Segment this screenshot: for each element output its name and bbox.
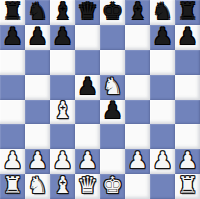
square-h3[interactable]	[175, 124, 200, 149]
white-pawn-f2[interactable]: ♟	[127, 149, 148, 172]
white-bishop-c1[interactable]: ♝	[52, 174, 73, 197]
black-pawn-b7[interactable]: ♟	[27, 25, 48, 48]
white-pawn-g2[interactable]: ♟	[152, 149, 173, 172]
square-b3[interactable]	[25, 124, 50, 149]
square-g5[interactable]	[150, 75, 175, 100]
square-c6[interactable]	[50, 50, 75, 75]
white-pawn-d2[interactable]: ♟	[77, 149, 98, 172]
square-h6[interactable]	[175, 50, 200, 75]
square-f4[interactable]	[125, 100, 150, 125]
black-pawn-h7[interactable]: ♟	[177, 25, 198, 48]
square-h5[interactable]	[175, 75, 200, 100]
square-f7[interactable]	[125, 25, 150, 50]
black-queen-d8[interactable]: ♛	[77, 0, 98, 23]
black-pawn-c7[interactable]: ♟	[52, 25, 73, 48]
square-b8[interactable]: ♞	[25, 0, 50, 25]
black-pawn-e4[interactable]: ♟	[102, 100, 123, 123]
square-a1[interactable]: ♜	[0, 174, 25, 199]
square-g7[interactable]: ♟	[150, 25, 175, 50]
square-f2[interactable]: ♟	[125, 149, 150, 174]
square-g3[interactable]	[150, 124, 175, 149]
square-d2[interactable]: ♟	[75, 149, 100, 174]
black-pawn-a7[interactable]: ♟	[2, 25, 23, 48]
white-rook-a1[interactable]: ♜	[2, 174, 23, 197]
square-a6[interactable]	[0, 50, 25, 75]
chess-board: ♜♞♝♛♚♝♞♜♟♟♟♟♟♟♞♝♟♟♟♟♟♟♟♟♜♞♝♛♚♜	[0, 0, 200, 199]
square-b2[interactable]: ♟	[25, 149, 50, 174]
square-a2[interactable]: ♟	[0, 149, 25, 174]
black-king-e8[interactable]: ♚	[102, 0, 123, 23]
square-d3[interactable]	[75, 124, 100, 149]
square-g4[interactable]	[150, 100, 175, 125]
square-c2[interactable]: ♟	[50, 149, 75, 174]
square-e2[interactable]	[100, 149, 125, 174]
white-queen-d1[interactable]: ♛	[77, 174, 98, 197]
square-f1[interactable]	[125, 174, 150, 199]
square-g1[interactable]	[150, 174, 175, 199]
square-g2[interactable]: ♟	[150, 149, 175, 174]
square-d4[interactable]	[75, 100, 100, 125]
white-knight-b1[interactable]: ♞	[27, 174, 48, 197]
white-pawn-b2[interactable]: ♟	[27, 149, 48, 172]
square-a7[interactable]: ♟	[0, 25, 25, 50]
square-h7[interactable]: ♟	[175, 25, 200, 50]
square-e4[interactable]: ♟	[100, 100, 125, 125]
black-pawn-d5[interactable]: ♟	[77, 75, 98, 98]
white-knight-e5[interactable]: ♞	[102, 75, 123, 98]
white-rook-h1[interactable]: ♜	[177, 174, 198, 197]
square-a4[interactable]	[0, 100, 25, 125]
black-rook-h8[interactable]: ♜	[177, 0, 198, 23]
square-a3[interactable]	[0, 124, 25, 149]
black-rook-a8[interactable]: ♜	[2, 0, 23, 23]
black-bishop-c8[interactable]: ♝	[52, 0, 73, 23]
square-c7[interactable]: ♟	[50, 25, 75, 50]
square-f5[interactable]	[125, 75, 150, 100]
white-bishop-c4[interactable]: ♝	[52, 100, 73, 123]
black-knight-b8[interactable]: ♞	[27, 0, 48, 23]
square-e6[interactable]	[100, 50, 125, 75]
square-a8[interactable]: ♜	[0, 0, 25, 25]
square-b4[interactable]	[25, 100, 50, 125]
white-pawn-h2[interactable]: ♟	[177, 149, 198, 172]
square-e8[interactable]: ♚	[100, 0, 125, 25]
square-c3[interactable]	[50, 124, 75, 149]
square-b7[interactable]: ♟	[25, 25, 50, 50]
square-h4[interactable]	[175, 100, 200, 125]
white-king-e1[interactable]: ♚	[102, 174, 123, 197]
square-d8[interactable]: ♛	[75, 0, 100, 25]
square-g8[interactable]: ♞	[150, 0, 175, 25]
square-d5[interactable]: ♟	[75, 75, 100, 100]
square-e5[interactable]: ♞	[100, 75, 125, 100]
square-g6[interactable]	[150, 50, 175, 75]
square-f3[interactable]	[125, 124, 150, 149]
square-c1[interactable]: ♝	[50, 174, 75, 199]
square-h8[interactable]: ♜	[175, 0, 200, 25]
square-c5[interactable]	[50, 75, 75, 100]
square-b1[interactable]: ♞	[25, 174, 50, 199]
square-e7[interactable]	[100, 25, 125, 50]
square-c8[interactable]: ♝	[50, 0, 75, 25]
square-d1[interactable]: ♛	[75, 174, 100, 199]
square-b5[interactable]	[25, 75, 50, 100]
square-e3[interactable]	[100, 124, 125, 149]
square-e1[interactable]: ♚	[100, 174, 125, 199]
square-f8[interactable]: ♝	[125, 0, 150, 25]
square-b6[interactable]	[25, 50, 50, 75]
square-c4[interactable]: ♝	[50, 100, 75, 125]
square-d7[interactable]	[75, 25, 100, 50]
white-pawn-c2[interactable]: ♟	[52, 149, 73, 172]
square-d6[interactable]	[75, 50, 100, 75]
black-pawn-g7[interactable]: ♟	[152, 25, 173, 48]
white-pawn-a2[interactable]: ♟	[2, 149, 23, 172]
square-h1[interactable]: ♜	[175, 174, 200, 199]
square-h2[interactable]: ♟	[175, 149, 200, 174]
black-knight-g8[interactable]: ♞	[152, 0, 173, 23]
black-bishop-f8[interactable]: ♝	[127, 0, 148, 23]
square-a5[interactable]	[0, 75, 25, 100]
square-f6[interactable]	[125, 50, 150, 75]
